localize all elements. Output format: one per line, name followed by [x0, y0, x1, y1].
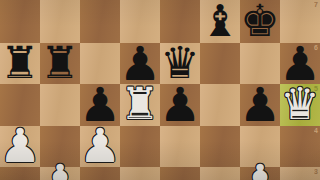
square-f6[interactable]: [200, 43, 240, 84]
rank-label-4: 4: [314, 127, 318, 134]
square-f3[interactable]: [200, 167, 240, 180]
square-e4[interactable]: [160, 126, 200, 167]
square-f7[interactable]: ♝: [200, 0, 240, 43]
square-b6[interactable]: ♜: [40, 43, 80, 84]
white-queen: ♛: [280, 82, 319, 126]
black-rook: ♜: [0, 41, 39, 85]
square-g3[interactable]: ♟: [240, 167, 280, 180]
rank-label-7: 7: [314, 1, 318, 8]
square-f5[interactable]: [200, 84, 240, 125]
square-c4[interactable]: ♟: [80, 126, 120, 167]
square-g6[interactable]: [240, 43, 280, 84]
square-g4[interactable]: [240, 126, 280, 167]
black-pawn: ♟: [159, 81, 201, 128]
square-e6[interactable]: ♛: [160, 43, 200, 84]
square-g5[interactable]: ♟: [240, 84, 280, 125]
square-h5[interactable]: ♛5: [280, 84, 320, 125]
square-c3[interactable]: [80, 167, 120, 180]
white-pawn: ♟: [0, 122, 41, 169]
square-b3[interactable]: ♟: [40, 167, 80, 180]
chess-board: ♝♚7♜♜♟♛♟6♟♜♟♟♛5♟♟4♟♟3: [0, 0, 320, 180]
square-d6[interactable]: ♟: [120, 43, 160, 84]
black-king: ♚: [240, 0, 279, 43]
rank-label-6: 6: [314, 44, 318, 51]
square-a3[interactable]: [0, 167, 40, 180]
white-pawn: ♟: [79, 122, 121, 169]
black-pawn: ♟: [279, 39, 320, 86]
square-h7[interactable]: 7: [280, 0, 320, 43]
square-d7[interactable]: [120, 0, 160, 43]
black-pawn: ♟: [119, 39, 161, 86]
square-h4[interactable]: 4: [280, 126, 320, 167]
square-a4[interactable]: ♟: [0, 126, 40, 167]
square-c6[interactable]: [80, 43, 120, 84]
square-d3[interactable]: [120, 167, 160, 180]
square-a5[interactable]: [0, 84, 40, 125]
square-f4[interactable]: [200, 126, 240, 167]
black-queen: ♛: [160, 41, 199, 85]
white-rook: ♜: [120, 82, 159, 126]
black-pawn: ♟: [79, 81, 121, 128]
square-c5[interactable]: ♟: [80, 84, 120, 125]
rank-label-3: 3: [314, 168, 318, 175]
square-b5[interactable]: [40, 84, 80, 125]
square-g7[interactable]: ♚: [240, 0, 280, 43]
square-h6[interactable]: ♟6: [280, 43, 320, 84]
square-e7[interactable]: [160, 0, 200, 43]
square-b7[interactable]: [40, 0, 80, 43]
black-rook: ♜: [40, 41, 79, 85]
square-d5[interactable]: ♜: [120, 84, 160, 125]
square-e3[interactable]: [160, 167, 200, 180]
square-b4[interactable]: [40, 126, 80, 167]
black-bishop: ♝: [200, 0, 239, 43]
black-pawn: ♟: [239, 81, 281, 128]
square-a7[interactable]: [0, 0, 40, 43]
chess-board-screenshot: ♝♚7♜♜♟♛♟6♟♜♟♟♛5♟♟4♟♟3: [0, 0, 320, 180]
square-c7[interactable]: [80, 0, 120, 43]
square-a6[interactable]: ♜: [0, 43, 40, 84]
square-d4[interactable]: [120, 126, 160, 167]
rank-label-5: 5: [314, 85, 318, 92]
square-h3[interactable]: 3: [280, 167, 320, 180]
square-e5[interactable]: ♟: [160, 84, 200, 125]
